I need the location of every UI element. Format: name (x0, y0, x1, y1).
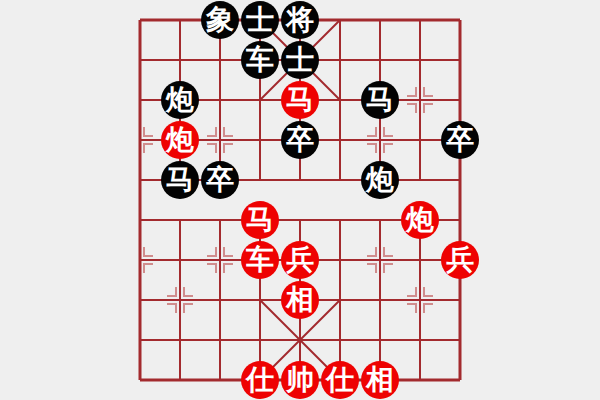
piece-red-elephant[interactable]: 相 (281, 281, 319, 319)
piece-black-elephant[interactable]: 象 (201, 1, 239, 39)
piece-red-horse[interactable]: 马 (281, 81, 319, 119)
piece-red-cannon[interactable]: 炮 (401, 201, 439, 239)
piece-black-advisor[interactable]: 士 (281, 41, 319, 79)
piece-black-pawn[interactable]: 卒 (281, 121, 319, 159)
piece-red-elephant[interactable]: 相 (361, 361, 399, 399)
piece-red-chariot[interactable]: 车 (241, 241, 279, 279)
piece-red-advisor[interactable]: 仕 (241, 361, 279, 399)
piece-black-chariot[interactable]: 车 (241, 41, 279, 79)
piece-red-soldier[interactable]: 兵 (441, 241, 479, 279)
piece-black-horse[interactable]: 马 (361, 81, 399, 119)
piece-red-general[interactable]: 帅 (281, 361, 319, 399)
piece-red-soldier[interactable]: 兵 (281, 241, 319, 279)
piece-red-cannon[interactable]: 炮 (161, 121, 199, 159)
piece-black-advisor[interactable]: 士 (241, 1, 279, 39)
piece-black-pawn[interactable]: 卒 (441, 121, 479, 159)
piece-black-cannon[interactable]: 炮 (161, 81, 199, 119)
piece-black-horse[interactable]: 马 (161, 161, 199, 199)
xiangqi-board: 象士将车士炮马马炮卒卒马卒炮马炮车兵兵相仕帅仕相 (0, 0, 600, 400)
piece-red-horse[interactable]: 马 (241, 201, 279, 239)
piece-red-advisor[interactable]: 仕 (321, 361, 359, 399)
pieces-layer: 象士将车士炮马马炮卒卒马卒炮马炮车兵兵相仕帅仕相 (120, 0, 480, 400)
piece-black-general[interactable]: 将 (281, 1, 319, 39)
piece-black-pawn[interactable]: 卒 (201, 161, 239, 199)
piece-black-cannon[interactable]: 炮 (361, 161, 399, 199)
